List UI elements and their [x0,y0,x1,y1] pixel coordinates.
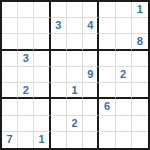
cell-r5c7[interactable] [99,67,115,83]
cell-r4c9[interactable] [132,51,148,67]
cell-r5c9[interactable] [132,67,148,83]
cell-r3c5[interactable] [67,34,83,50]
cell-r2c7[interactable] [99,18,115,34]
cell-r7c7: 6 [99,99,115,115]
cell-r9c7[interactable] [99,132,115,148]
cell-r3c3[interactable] [34,34,50,50]
cell-r4c4[interactable] [51,51,67,67]
cell-r8c7[interactable] [99,116,115,132]
cell-r9c8[interactable] [116,132,132,148]
cell-r1c1[interactable] [2,2,18,18]
cell-r8c3[interactable] [34,116,50,132]
cell-r9c9[interactable] [132,132,148,148]
cell-r1c5[interactable] [67,2,83,18]
cell-r2c5[interactable] [67,18,83,34]
cell-r4c1[interactable] [2,51,18,67]
cell-r4c2: 3 [18,51,34,67]
cell-r5c5[interactable] [67,67,83,83]
cell-r6c9[interactable] [132,83,148,99]
cell-r9c4[interactable] [51,132,67,148]
cell-r2c6: 4 [83,18,99,34]
sudoku-board: 1348392216271 [0,0,150,150]
cell-r1c4[interactable] [51,2,67,18]
cell-r3c7[interactable] [99,34,115,50]
cell-r8c9[interactable] [132,116,148,132]
cell-r9c6[interactable] [83,132,99,148]
cell-r4c7[interactable] [99,51,115,67]
cell-r1c9: 1 [132,2,148,18]
cell-r6c3[interactable] [34,83,50,99]
cell-r6c7[interactable] [99,83,115,99]
cell-r1c3[interactable] [34,2,50,18]
cell-r4c3[interactable] [34,51,50,67]
cell-r4c6[interactable] [83,51,99,67]
cell-r1c7[interactable] [99,2,115,18]
cell-r1c2[interactable] [18,2,34,18]
cell-r7c1[interactable] [2,99,18,115]
cell-r8c6[interactable] [83,116,99,132]
cell-r4c5[interactable] [67,51,83,67]
cell-r9c3: 1 [34,132,50,148]
cell-r4c8[interactable] [116,51,132,67]
cell-r7c5[interactable] [67,99,83,115]
cell-r6c1[interactable] [2,83,18,99]
cell-r3c6[interactable] [83,34,99,50]
cell-r9c5[interactable] [67,132,83,148]
cell-r3c9: 8 [132,34,148,50]
cell-r3c4[interactable] [51,34,67,50]
cell-r7c3[interactable] [34,99,50,115]
cell-r8c4[interactable] [51,116,67,132]
cell-r3c8[interactable] [116,34,132,50]
cell-r6c2: 2 [18,83,34,99]
cell-r5c4[interactable] [51,67,67,83]
cell-r7c9[interactable] [132,99,148,115]
cell-r7c8[interactable] [116,99,132,115]
cell-r7c2[interactable] [18,99,34,115]
cell-r2c2[interactable] [18,18,34,34]
cell-r6c8[interactable] [116,83,132,99]
cell-r5c6: 9 [83,67,99,83]
cell-r9c2[interactable] [18,132,34,148]
cell-r7c4[interactable] [51,99,67,115]
cell-r8c1[interactable] [2,116,18,132]
cell-r3c2[interactable] [18,34,34,50]
cell-r2c9[interactable] [132,18,148,34]
cell-r6c5: 1 [67,83,83,99]
cell-r6c6[interactable] [83,83,99,99]
cell-r1c6[interactable] [83,2,99,18]
cell-r6c4[interactable] [51,83,67,99]
cell-r8c5: 2 [67,116,83,132]
cell-r8c8[interactable] [116,116,132,132]
cell-r8c2[interactable] [18,116,34,132]
cell-r1c8[interactable] [116,2,132,18]
cell-r5c3[interactable] [34,67,50,83]
cell-r2c4: 3 [51,18,67,34]
cell-r2c1[interactable] [2,18,18,34]
cell-r5c2[interactable] [18,67,34,83]
cell-r9c1: 7 [2,132,18,148]
cell-r2c3[interactable] [34,18,50,34]
cell-r2c8[interactable] [116,18,132,34]
cell-r3c1[interactable] [2,34,18,50]
cell-r5c1[interactable] [2,67,18,83]
cell-r7c6[interactable] [83,99,99,115]
cell-r5c8: 2 [116,67,132,83]
